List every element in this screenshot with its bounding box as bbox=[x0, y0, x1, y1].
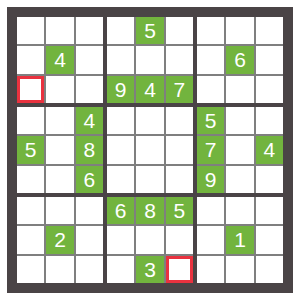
cell-r1c7-empty[interactable] bbox=[197, 17, 224, 44]
cell-r3c6-given-7[interactable]: 7 bbox=[166, 76, 193, 103]
cell-r3c8-empty[interactable] bbox=[226, 76, 253, 103]
cell-r9c3-empty[interactable] bbox=[76, 256, 103, 283]
cell-r8c2-given-2[interactable]: 2 bbox=[46, 226, 73, 253]
sudoku-board: 45947645865749268531 bbox=[7, 7, 293, 293]
cell-r1c9-empty[interactable] bbox=[256, 17, 283, 44]
cell-r9c1-empty[interactable] bbox=[17, 256, 44, 283]
cell-r5c2-empty[interactable] bbox=[46, 136, 73, 163]
cell-r5c3-given-8[interactable]: 8 bbox=[76, 136, 103, 163]
cell-r8c7-empty[interactable] bbox=[197, 226, 224, 253]
cell-r2c2-given-4[interactable]: 4 bbox=[46, 46, 73, 73]
cell-r3c4-given-9[interactable]: 9 bbox=[107, 76, 134, 103]
box-1-1: 4 bbox=[17, 17, 103, 103]
cell-r6c4-empty[interactable] bbox=[107, 166, 134, 193]
cell-r7c4-given-6[interactable]: 6 bbox=[107, 197, 134, 224]
cell-r3c9-empty[interactable] bbox=[256, 76, 283, 103]
cell-r5c7-given-7[interactable]: 7 bbox=[197, 136, 224, 163]
cell-r5c5-empty[interactable] bbox=[136, 136, 163, 163]
box-3-1: 2 bbox=[17, 197, 103, 283]
cell-r4c2-empty[interactable] bbox=[46, 107, 73, 134]
cell-r9c4-empty[interactable] bbox=[107, 256, 134, 283]
cell-r5c9-given-4[interactable]: 4 bbox=[256, 136, 283, 163]
cell-r3c5-given-4[interactable]: 4 bbox=[136, 76, 163, 103]
cell-r5c8-empty[interactable] bbox=[226, 136, 253, 163]
cell-r8c3-empty[interactable] bbox=[76, 226, 103, 253]
cell-r2c9-empty[interactable] bbox=[256, 46, 283, 73]
cell-r4c8-empty[interactable] bbox=[226, 107, 253, 134]
cell-r7c1-empty[interactable] bbox=[17, 197, 44, 224]
cell-r3c7-empty[interactable] bbox=[197, 76, 224, 103]
cell-r7c3-empty[interactable] bbox=[76, 197, 103, 224]
cell-r8c4-empty[interactable] bbox=[107, 226, 134, 253]
cell-r4c4-empty[interactable] bbox=[107, 107, 134, 134]
cell-r6c8-empty[interactable] bbox=[226, 166, 253, 193]
cell-r2c4-empty[interactable] bbox=[107, 46, 134, 73]
box-2-3: 5749 bbox=[197, 107, 283, 193]
cell-r6c5-empty[interactable] bbox=[136, 166, 163, 193]
box-1-2: 5947 bbox=[107, 17, 193, 103]
cell-r5c6-empty[interactable] bbox=[166, 136, 193, 163]
cell-r5c4-empty[interactable] bbox=[107, 136, 134, 163]
box-2-1: 4586 bbox=[17, 107, 103, 193]
cell-r1c8-empty[interactable] bbox=[226, 17, 253, 44]
cell-r6c3-given-6[interactable]: 6 bbox=[76, 166, 103, 193]
cell-r2c3-empty[interactable] bbox=[76, 46, 103, 73]
cell-r1c4-empty[interactable] bbox=[107, 17, 134, 44]
cell-r1c1-empty[interactable] bbox=[17, 17, 44, 44]
cell-r1c3-empty[interactable] bbox=[76, 17, 103, 44]
cell-r6c1-empty[interactable] bbox=[17, 166, 44, 193]
cell-r2c5-empty[interactable] bbox=[136, 46, 163, 73]
cell-r7c5-given-8[interactable]: 8 bbox=[136, 197, 163, 224]
cell-r7c7-empty[interactable] bbox=[197, 197, 224, 224]
cell-r9c9-empty[interactable] bbox=[256, 256, 283, 283]
cell-r9c2-empty[interactable] bbox=[46, 256, 73, 283]
cell-r8c1-empty[interactable] bbox=[17, 226, 44, 253]
cell-r4c7-given-5[interactable]: 5 bbox=[197, 107, 224, 134]
cell-r7c8-empty[interactable] bbox=[226, 197, 253, 224]
cell-r7c6-given-5[interactable]: 5 bbox=[166, 197, 193, 224]
cell-r9c7-empty[interactable] bbox=[197, 256, 224, 283]
box-2-2 bbox=[107, 107, 193, 193]
cell-r2c1-empty[interactable] bbox=[17, 46, 44, 73]
cell-r2c6-empty[interactable] bbox=[166, 46, 193, 73]
cell-r9c5-given-3[interactable]: 3 bbox=[136, 256, 163, 283]
cell-r2c7-empty[interactable] bbox=[197, 46, 224, 73]
cell-r6c2-empty[interactable] bbox=[46, 166, 73, 193]
cell-r4c5-empty[interactable] bbox=[136, 107, 163, 134]
cell-r3c3-empty[interactable] bbox=[76, 76, 103, 103]
cell-r5c1-given-5[interactable]: 5 bbox=[17, 136, 44, 163]
cell-r6c9-empty[interactable] bbox=[256, 166, 283, 193]
cell-r4c1-empty[interactable] bbox=[17, 107, 44, 134]
cell-r7c2-empty[interactable] bbox=[46, 197, 73, 224]
cell-r8c5-empty[interactable] bbox=[136, 226, 163, 253]
cell-r3c2-empty[interactable] bbox=[46, 76, 73, 103]
cell-r6c7-given-9[interactable]: 9 bbox=[197, 166, 224, 193]
box-3-2: 6853 bbox=[107, 197, 193, 283]
page-background: { "game": "sudoku", "position": "0000500… bbox=[0, 0, 300, 300]
cell-r4c6-empty[interactable] bbox=[166, 107, 193, 134]
cell-r1c5-given-5[interactable]: 5 bbox=[136, 17, 163, 44]
cell-r4c9-empty[interactable] bbox=[256, 107, 283, 134]
cell-r8c8-given-1[interactable]: 1 bbox=[226, 226, 253, 253]
cell-r7c9-empty[interactable] bbox=[256, 197, 283, 224]
cell-r1c6-empty[interactable] bbox=[166, 17, 193, 44]
box-3-3: 1 bbox=[197, 197, 283, 283]
cell-r8c9-empty[interactable] bbox=[256, 226, 283, 253]
cell-r3c1-selected[interactable] bbox=[17, 76, 44, 103]
sudoku-grid: 45947645865749268531 bbox=[17, 17, 283, 283]
cell-r2c8-given-6[interactable]: 6 bbox=[226, 46, 253, 73]
box-1-3: 6 bbox=[197, 17, 283, 103]
cell-r9c6-selected[interactable] bbox=[166, 256, 193, 283]
cell-r8c6-empty[interactable] bbox=[166, 226, 193, 253]
cell-r4c3-given-4[interactable]: 4 bbox=[76, 107, 103, 134]
cell-r9c8-empty[interactable] bbox=[226, 256, 253, 283]
cell-r6c6-empty[interactable] bbox=[166, 166, 193, 193]
cell-r1c2-empty[interactable] bbox=[46, 17, 73, 44]
